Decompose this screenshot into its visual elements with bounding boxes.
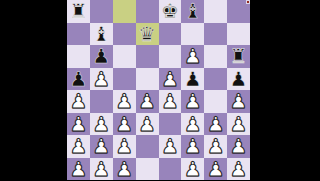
square-f7[interactable]	[181, 23, 204, 46]
square-e8[interactable]: ♚	[159, 0, 182, 23]
square-c1[interactable]: ♟	[113, 158, 136, 181]
square-e2[interactable]: ♟	[159, 135, 182, 158]
square-b1[interactable]: ♟	[90, 158, 113, 181]
white-pawn-piece[interactable]: ♟	[230, 113, 248, 135]
square-c6[interactable]	[113, 45, 136, 68]
white-pawn-piece[interactable]: ♟	[161, 68, 179, 90]
white-pawn-piece[interactable]: ♟	[115, 113, 133, 135]
square-d8[interactable]	[136, 0, 159, 23]
square-e5[interactable]: ♟	[159, 68, 182, 91]
letterbox-right	[250, 0, 320, 180]
square-a5[interactable]: ♟	[67, 68, 90, 91]
square-f5[interactable]: ♟	[181, 68, 204, 91]
black-pawn-piece[interactable]: ♟	[230, 68, 248, 90]
square-g6[interactable]	[204, 45, 227, 68]
square-f6[interactable]: ♟	[181, 45, 204, 68]
square-d6[interactable]	[136, 45, 159, 68]
square-b6[interactable]: ♟	[90, 45, 113, 68]
white-pawn-piece[interactable]: ♟	[69, 158, 87, 180]
square-b7[interactable]: ♝	[90, 23, 113, 46]
square-f4[interactable]: ♟	[181, 90, 204, 113]
black-pawn-piece[interactable]: ♟	[92, 45, 110, 67]
square-g2[interactable]: ♟	[204, 135, 227, 158]
square-d7[interactable]: ♛	[136, 23, 159, 46]
square-h6[interactable]: ♜	[227, 45, 250, 68]
square-h3[interactable]: ♟	[227, 113, 250, 136]
square-f1[interactable]: ♟	[181, 158, 204, 181]
square-g4[interactable]	[204, 90, 227, 113]
square-e6[interactable]	[159, 45, 182, 68]
square-d2[interactable]	[136, 135, 159, 158]
square-a4[interactable]: ♟	[67, 90, 90, 113]
black-king-piece[interactable]: ♚	[161, 0, 179, 22]
white-pawn-piece[interactable]: ♟	[138, 90, 156, 112]
square-d4[interactable]: ♟	[136, 90, 159, 113]
white-pawn-piece[interactable]: ♟	[92, 113, 110, 135]
white-pawn-piece[interactable]: ♟	[69, 90, 87, 112]
white-pawn-piece[interactable]: ♟	[161, 135, 179, 157]
black-bishop-piece[interactable]: ♝	[92, 23, 110, 45]
black-queen-piece[interactable]: ♛	[138, 23, 156, 45]
square-c3[interactable]: ♟	[113, 113, 136, 136]
chess-board: ♜♚♝♝♛♟♟♜♟♟♟♟♟♟♟♟♟♟♟♟♟♟♟♟♟♟♟♟♟♟♟♟♟♟♟♟♟♟♟	[67, 0, 250, 180]
square-b4[interactable]	[90, 90, 113, 113]
white-pawn-piece[interactable]: ♟	[184, 45, 202, 67]
square-a1[interactable]: ♟	[67, 158, 90, 181]
white-pawn-piece[interactable]: ♟	[115, 135, 133, 157]
white-pawn-piece[interactable]: ♟	[69, 135, 87, 157]
black-pawn-piece[interactable]: ♟	[184, 68, 202, 90]
square-a3[interactable]: ♟	[67, 113, 90, 136]
black-pawn-piece[interactable]: ♟	[69, 68, 87, 90]
square-a2[interactable]: ♟	[67, 135, 90, 158]
corner-artifact-dot	[247, 1, 249, 3]
square-e4[interactable]: ♟	[159, 90, 182, 113]
square-c8[interactable]	[113, 0, 136, 23]
square-d1[interactable]	[136, 158, 159, 181]
square-b8[interactable]	[90, 0, 113, 23]
square-h7[interactable]	[227, 23, 250, 46]
square-d3[interactable]: ♟	[136, 113, 159, 136]
white-pawn-piece[interactable]: ♟	[230, 90, 248, 112]
white-pawn-piece[interactable]: ♟	[115, 158, 133, 180]
square-g3[interactable]: ♟	[204, 113, 227, 136]
square-e3[interactable]	[159, 113, 182, 136]
square-b3[interactable]: ♟	[90, 113, 113, 136]
square-h1[interactable]: ♟	[227, 158, 250, 181]
square-g8[interactable]	[204, 0, 227, 23]
square-f2[interactable]: ♟	[181, 135, 204, 158]
square-c2[interactable]: ♟	[113, 135, 136, 158]
square-h5[interactable]: ♟	[227, 68, 250, 91]
corner-artifact	[246, 0, 250, 4]
square-c7[interactable]	[113, 23, 136, 46]
square-c4[interactable]: ♟	[113, 90, 136, 113]
square-b5[interactable]: ♟	[90, 68, 113, 91]
square-e7[interactable]	[159, 23, 182, 46]
white-pawn-piece[interactable]: ♟	[115, 90, 133, 112]
black-rook-piece[interactable]: ♜	[69, 0, 87, 22]
white-pawn-piece[interactable]: ♟	[207, 135, 225, 157]
square-b2[interactable]: ♟	[90, 135, 113, 158]
black-bishop-piece[interactable]: ♝	[184, 0, 202, 22]
square-a6[interactable]	[67, 45, 90, 68]
white-pawn-piece[interactable]: ♟	[138, 113, 156, 135]
white-pawn-piece[interactable]: ♟	[69, 113, 87, 135]
letterbox-left	[0, 0, 67, 180]
square-a8[interactable]: ♜	[67, 0, 90, 23]
square-g7[interactable]	[204, 23, 227, 46]
white-pawn-piece[interactable]: ♟	[207, 113, 225, 135]
white-pawn-piece[interactable]: ♟	[161, 90, 179, 112]
square-d5[interactable]	[136, 68, 159, 91]
square-f3[interactable]: ♟	[181, 113, 204, 136]
square-c5[interactable]	[113, 68, 136, 91]
square-g5[interactable]	[204, 68, 227, 91]
white-pawn-piece[interactable]: ♟	[184, 90, 202, 112]
white-pawn-piece[interactable]: ♟	[184, 158, 202, 180]
white-pawn-piece[interactable]: ♟	[230, 135, 248, 157]
white-pawn-piece[interactable]: ♟	[184, 135, 202, 157]
white-pawn-piece[interactable]: ♟	[92, 158, 110, 180]
square-a7[interactable]	[67, 23, 90, 46]
white-pawn-piece[interactable]: ♟	[92, 135, 110, 157]
square-e1[interactable]	[159, 158, 182, 181]
square-h2[interactable]: ♟	[227, 135, 250, 158]
game-screen: ♜♚♝♝♛♟♟♜♟♟♟♟♟♟♟♟♟♟♟♟♟♟♟♟♟♟♟♟♟♟♟♟♟♟♟♟♟♟♟	[0, 0, 320, 180]
white-pawn-piece[interactable]: ♟	[230, 158, 248, 180]
square-g1[interactable]: ♟	[204, 158, 227, 181]
white-pawn-piece[interactable]: ♟	[92, 68, 110, 90]
white-pawn-piece[interactable]: ♟	[207, 158, 225, 180]
square-f8[interactable]: ♝	[181, 0, 204, 23]
black-rook-piece[interactable]: ♜	[230, 45, 248, 67]
white-pawn-piece[interactable]: ♟	[184, 113, 202, 135]
square-h4[interactable]: ♟	[227, 90, 250, 113]
